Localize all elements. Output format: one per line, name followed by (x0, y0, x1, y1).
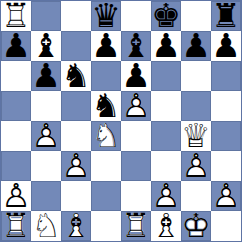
square-h7[interactable]: ♟ (211, 31, 241, 61)
pawn-glyph-fill: ♟ (181, 31, 211, 61)
rook-glyph-outline: ♖ (1, 211, 31, 241)
white-king-icon[interactable]: ♚♔ (181, 211, 211, 241)
square-d3[interactable] (91, 151, 121, 181)
square-c1[interactable]: ♝♗ (61, 211, 91, 241)
white-bishop-icon[interactable]: ♝♗ (61, 211, 91, 241)
square-g7[interactable]: ♟ (181, 31, 211, 61)
pawn-glyph-outline: ♙ (211, 181, 241, 211)
square-d1[interactable] (91, 211, 121, 241)
square-h1[interactable] (211, 211, 241, 241)
white-rook-icon[interactable]: ♜♖ (121, 211, 151, 241)
black-pawn-icon[interactable]: ♟ (31, 61, 61, 91)
white-rook-icon[interactable]: ♜♖ (1, 211, 31, 241)
pawn-glyph-outline: ♙ (121, 91, 151, 121)
square-g6[interactable] (181, 61, 211, 91)
square-g1[interactable]: ♚♔ (181, 211, 211, 241)
square-a7[interactable]: ♟ (1, 31, 31, 61)
chess-board: ♜♖♛♚♜♟♝♟♝♟♟♟♟♞♟♞♟♙♟♙♞♘♛♕♟♙♟♙♟♙♟♙♟♙♜♖♞♘♝♗… (0, 0, 242, 242)
square-f6[interactable] (151, 61, 181, 91)
black-pawn-icon[interactable]: ♟ (91, 31, 121, 61)
white-pawn-icon[interactable]: ♟♙ (181, 151, 211, 181)
square-b6[interactable]: ♟ (31, 61, 61, 91)
square-c5[interactable] (61, 91, 91, 121)
square-h6[interactable] (211, 61, 241, 91)
pawn-glyph-fill: ♟ (211, 31, 241, 61)
square-e3[interactable] (121, 151, 151, 181)
square-c3[interactable]: ♟♙ (61, 151, 91, 181)
square-c6[interactable]: ♞ (61, 61, 91, 91)
white-pawn-icon[interactable]: ♟♙ (121, 91, 151, 121)
square-b1[interactable]: ♞♘ (31, 211, 61, 241)
pawn-glyph-fill: ♟ (91, 31, 121, 61)
square-g3[interactable]: ♟♙ (181, 151, 211, 181)
square-f7[interactable]: ♟ (151, 31, 181, 61)
white-knight-icon[interactable]: ♞♘ (31, 211, 61, 241)
square-b4[interactable]: ♟♙ (31, 121, 61, 151)
white-pawn-icon[interactable]: ♟♙ (31, 121, 61, 151)
bishop-glyph-outline: ♗ (61, 211, 91, 241)
square-a5[interactable] (1, 91, 31, 121)
white-bishop-icon[interactable]: ♝♗ (151, 211, 181, 241)
pawn-glyph-fill: ♟ (31, 61, 61, 91)
square-d7[interactable]: ♟ (91, 31, 121, 61)
square-e1[interactable]: ♜♖ (121, 211, 151, 241)
rook-glyph-outline: ♖ (121, 211, 151, 241)
white-pawn-icon[interactable]: ♟♙ (61, 151, 91, 181)
square-d2[interactable] (91, 181, 121, 211)
square-e4[interactable] (121, 121, 151, 151)
white-knight-icon[interactable]: ♞♘ (91, 121, 121, 151)
square-h2[interactable]: ♟♙ (211, 181, 241, 211)
square-a1[interactable]: ♜♖ (1, 211, 31, 241)
pawn-glyph-outline: ♙ (181, 151, 211, 181)
square-f5[interactable] (151, 91, 181, 121)
black-pawn-icon[interactable]: ♟ (1, 31, 31, 61)
square-a4[interactable] (1, 121, 31, 151)
bishop-glyph-outline: ♗ (151, 211, 181, 241)
pawn-glyph-outline: ♙ (31, 121, 61, 151)
black-knight-icon[interactable]: ♞ (61, 61, 91, 91)
square-d4[interactable]: ♞♘ (91, 121, 121, 151)
white-pawn-icon[interactable]: ♟♙ (211, 181, 241, 211)
knight-glyph-outline: ♘ (31, 211, 61, 241)
pawn-glyph-fill: ♟ (1, 31, 31, 61)
king-glyph-outline: ♔ (181, 211, 211, 241)
square-e5[interactable]: ♟♙ (121, 91, 151, 121)
square-c8[interactable] (61, 1, 91, 31)
square-b3[interactable] (31, 151, 61, 181)
black-pawn-icon[interactable]: ♟ (211, 31, 241, 61)
knight-glyph-fill: ♞ (61, 61, 91, 91)
pawn-glyph-outline: ♙ (61, 151, 91, 181)
square-f4[interactable] (151, 121, 181, 151)
pawn-glyph-fill: ♟ (151, 31, 181, 61)
square-h5[interactable] (211, 91, 241, 121)
square-a6[interactable] (1, 61, 31, 91)
square-f1[interactable]: ♝♗ (151, 211, 181, 241)
square-h4[interactable] (211, 121, 241, 151)
black-pawn-icon[interactable]: ♟ (181, 31, 211, 61)
black-pawn-icon[interactable]: ♟ (151, 31, 181, 61)
knight-glyph-outline: ♘ (91, 121, 121, 151)
